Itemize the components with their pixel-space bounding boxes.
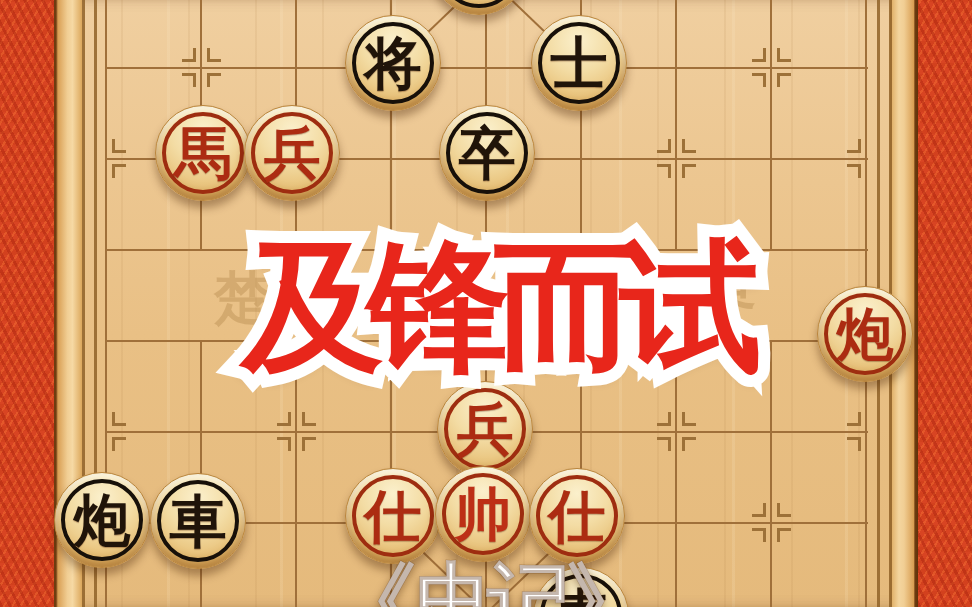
red-advisor-glyph: 仕 <box>346 469 440 563</box>
star-point-c6 <box>302 437 316 451</box>
star-point-h7 <box>777 528 791 542</box>
red-general-glyph: 帅 <box>436 467 530 561</box>
star-point-a6 <box>112 412 126 426</box>
piece-black-advisor-e1[interactable]: 士 <box>431 0 527 15</box>
piece-red-general-e7[interactable]: 帅 <box>435 466 531 562</box>
grid-line-file <box>770 0 772 251</box>
star-point-i6 <box>847 437 861 451</box>
black-advisor-glyph: 士 <box>432 0 526 14</box>
xiangqi-app-screen: 楚 河 汉 界 士将士馬兵卒炮兵炮車仕帅仕車 及锋而试 及锋而试 《史记》 <box>0 0 972 607</box>
star-point-i3 <box>847 164 861 178</box>
star-point-h2 <box>752 73 766 87</box>
piece-red-advisor-f7[interactable]: 仕 <box>529 468 625 564</box>
star-point-c6 <box>277 437 291 451</box>
overlay-title: 及锋而试 及锋而试 <box>242 236 746 378</box>
star-point-h7 <box>777 503 791 517</box>
piece-red-advisor-d7[interactable]: 仕 <box>345 468 441 564</box>
grid-line-file <box>675 0 677 251</box>
piece-red-soldier-e6[interactable]: 兵 <box>437 381 533 477</box>
star-point-b2 <box>207 73 221 87</box>
red-horse-glyph: 馬 <box>156 106 250 200</box>
star-point-g3 <box>682 139 696 153</box>
star-point-g3 <box>657 139 671 153</box>
piece-black-general-d2[interactable]: 将 <box>345 15 441 111</box>
red-cannon-glyph: 炮 <box>818 287 912 381</box>
star-point-b2 <box>207 48 221 62</box>
piece-black-advisor-f2[interactable]: 士 <box>531 15 627 111</box>
star-point-h7 <box>752 503 766 517</box>
overlay-title-fill: 及锋而试 <box>242 236 746 378</box>
star-point-c6 <box>302 412 316 426</box>
star-point-g3 <box>657 164 671 178</box>
star-point-h7 <box>752 528 766 542</box>
star-point-g6 <box>657 437 671 451</box>
overlay-source-citation: 《史记》 <box>331 560 643 607</box>
star-point-g6 <box>657 412 671 426</box>
red-soldier-glyph: 兵 <box>438 382 532 476</box>
star-point-i6 <box>847 412 861 426</box>
piece-red-horse-b3[interactable]: 馬 <box>155 105 251 201</box>
star-point-a3 <box>112 164 126 178</box>
star-point-a6 <box>112 437 126 451</box>
star-point-b2 <box>182 48 196 62</box>
piece-black-cannon-a7[interactable]: 炮 <box>54 472 150 568</box>
star-point-g3 <box>682 164 696 178</box>
star-point-i3 <box>847 139 861 153</box>
star-point-h2 <box>752 48 766 62</box>
grid-line-file <box>770 340 772 607</box>
piece-black-chariot-b7[interactable]: 車 <box>150 473 246 569</box>
piece-red-cannon-i5[interactable]: 炮 <box>817 286 913 382</box>
star-point-g6 <box>682 437 696 451</box>
piece-black-soldier-e3[interactable]: 卒 <box>439 105 535 201</box>
black-chariot-glyph: 車 <box>151 474 245 568</box>
star-point-h2 <box>777 48 791 62</box>
star-point-c6 <box>277 412 291 426</box>
piece-red-soldier-c3[interactable]: 兵 <box>244 105 340 201</box>
star-point-a3 <box>112 139 126 153</box>
black-cannon-glyph: 炮 <box>55 473 149 567</box>
black-soldier-glyph: 卒 <box>440 106 534 200</box>
decor-border-left <box>0 0 54 607</box>
decor-border-right <box>918 0 972 607</box>
red-soldier-glyph: 兵 <box>245 106 339 200</box>
black-general-glyph: 将 <box>346 16 440 110</box>
black-advisor-glyph: 士 <box>532 16 626 110</box>
star-point-h2 <box>777 73 791 87</box>
star-point-g6 <box>682 412 696 426</box>
star-point-b2 <box>182 73 196 87</box>
red-advisor-glyph: 仕 <box>530 469 624 563</box>
